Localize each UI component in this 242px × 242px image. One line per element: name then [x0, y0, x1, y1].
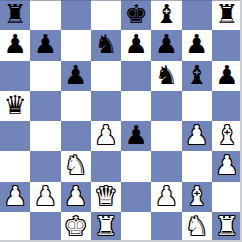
- square-g2[interactable]: ♝: [182, 182, 212, 212]
- square-g6[interactable]: ♝: [182, 61, 212, 91]
- square-b2[interactable]: ♟: [30, 182, 60, 212]
- black-knight[interactable]: ♞: [155, 61, 178, 90]
- square-h1[interactable]: ♜: [212, 212, 242, 242]
- white-rook[interactable]: ♜: [94, 212, 117, 241]
- square-b6[interactable]: [30, 61, 60, 91]
- square-e8[interactable]: ♚: [121, 0, 151, 30]
- white-king[interactable]: ♚: [64, 212, 87, 241]
- square-f1[interactable]: [151, 212, 181, 242]
- black-bishop[interactable]: ♝: [185, 61, 208, 90]
- square-e3[interactable]: [121, 151, 151, 181]
- square-c3[interactable]: ♞: [61, 151, 91, 181]
- square-e6[interactable]: [121, 61, 151, 91]
- square-d6[interactable]: [91, 61, 121, 91]
- square-a2[interactable]: ♟: [0, 182, 30, 212]
- white-pawn[interactable]: ♟: [185, 121, 208, 150]
- black-pawn[interactable]: ♟: [185, 30, 208, 59]
- square-f8[interactable]: ♝: [151, 0, 181, 30]
- square-c4[interactable]: [61, 121, 91, 151]
- square-f7[interactable]: ♟: [151, 30, 181, 60]
- white-queen[interactable]: ♛: [94, 182, 117, 211]
- square-d2[interactable]: ♛: [91, 182, 121, 212]
- white-pawn[interactable]: ♟: [215, 151, 238, 180]
- square-h2[interactable]: [212, 182, 242, 212]
- square-h6[interactable]: ♟: [212, 61, 242, 91]
- square-h4[interactable]: ♝: [212, 121, 242, 151]
- square-d7[interactable]: ♞: [91, 30, 121, 60]
- square-g4[interactable]: ♟: [182, 121, 212, 151]
- square-a6[interactable]: [0, 61, 30, 91]
- square-a3[interactable]: [0, 151, 30, 181]
- square-a1[interactable]: [0, 212, 30, 242]
- black-pawn[interactable]: ♟: [215, 61, 238, 90]
- square-g7[interactable]: ♟: [182, 30, 212, 60]
- square-h7[interactable]: [212, 30, 242, 60]
- square-f3[interactable]: [151, 151, 181, 181]
- square-b8[interactable]: [30, 0, 60, 30]
- square-e4[interactable]: ♟: [121, 121, 151, 151]
- square-a5[interactable]: ♛: [0, 91, 30, 121]
- square-f5[interactable]: [151, 91, 181, 121]
- black-pawn[interactable]: ♟: [124, 30, 147, 59]
- square-g8[interactable]: [182, 0, 212, 30]
- square-e1[interactable]: [121, 212, 151, 242]
- square-g5[interactable]: [182, 91, 212, 121]
- square-d8[interactable]: [91, 0, 121, 30]
- square-d4[interactable]: ♟: [91, 121, 121, 151]
- black-pawn[interactable]: ♟: [124, 121, 147, 150]
- square-h3[interactable]: ♟: [212, 151, 242, 181]
- white-pawn[interactable]: ♟: [155, 182, 178, 211]
- square-h8[interactable]: ♜: [212, 0, 242, 30]
- square-f6[interactable]: ♞: [151, 61, 181, 91]
- white-rook[interactable]: ♜: [215, 212, 238, 241]
- black-pawn[interactable]: ♟: [3, 30, 26, 59]
- square-h5[interactable]: [212, 91, 242, 121]
- white-bishop[interactable]: ♝: [215, 121, 238, 150]
- square-f2[interactable]: ♟: [151, 182, 181, 212]
- black-pawn[interactable]: ♟: [34, 30, 57, 59]
- black-rook[interactable]: ♜: [3, 0, 26, 29]
- black-queen[interactable]: ♛: [3, 91, 26, 120]
- square-a7[interactable]: ♟: [0, 30, 30, 60]
- white-bishop[interactable]: ♝: [185, 182, 208, 211]
- square-g1[interactable]: ♞: [182, 212, 212, 242]
- white-pawn[interactable]: ♟: [34, 182, 57, 211]
- square-b1[interactable]: [30, 212, 60, 242]
- square-c7[interactable]: [61, 30, 91, 60]
- square-b7[interactable]: ♟: [30, 30, 60, 60]
- black-king[interactable]: ♚: [124, 0, 147, 29]
- black-pawn[interactable]: ♟: [64, 61, 87, 90]
- square-c2[interactable]: ♟: [61, 182, 91, 212]
- white-pawn[interactable]: ♟: [94, 121, 117, 150]
- black-knight[interactable]: ♞: [94, 30, 117, 59]
- white-knight[interactable]: ♞: [185, 212, 208, 241]
- square-c8[interactable]: [61, 0, 91, 30]
- chess-board: ♜♚♝♜♟♟♞♟♟♟♟♞♝♟♛♟♟♟♝♞♟♟♟♟♛♟♝♚♜♞♜: [0, 0, 242, 242]
- square-c5[interactable]: [61, 91, 91, 121]
- chess-board-grid: ♜♚♝♜♟♟♞♟♟♟♟♞♝♟♛♟♟♟♝♞♟♟♟♟♛♟♝♚♜♞♜: [0, 0, 242, 242]
- square-c1[interactable]: ♚: [61, 212, 91, 242]
- square-g3[interactable]: [182, 151, 212, 181]
- square-b3[interactable]: [30, 151, 60, 181]
- square-e7[interactable]: ♟: [121, 30, 151, 60]
- white-knight[interactable]: ♞: [64, 151, 87, 180]
- black-rook[interactable]: ♜: [215, 0, 238, 29]
- square-b4[interactable]: [30, 121, 60, 151]
- square-d1[interactable]: ♜: [91, 212, 121, 242]
- square-b5[interactable]: [30, 91, 60, 121]
- square-a4[interactable]: [0, 121, 30, 151]
- square-a8[interactable]: ♜: [0, 0, 30, 30]
- square-c6[interactable]: ♟: [61, 61, 91, 91]
- square-f4[interactable]: [151, 121, 181, 151]
- square-d3[interactable]: [91, 151, 121, 181]
- black-pawn[interactable]: ♟: [155, 30, 178, 59]
- square-d5[interactable]: [91, 91, 121, 121]
- black-bishop[interactable]: ♝: [155, 0, 178, 29]
- white-pawn[interactable]: ♟: [3, 182, 26, 211]
- square-e5[interactable]: [121, 91, 151, 121]
- square-e2[interactable]: [121, 182, 151, 212]
- white-pawn[interactable]: ♟: [64, 182, 87, 211]
